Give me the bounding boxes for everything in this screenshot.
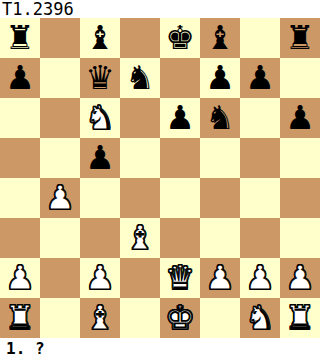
piece-black-pawn: ♟ bbox=[240, 58, 280, 98]
piece-black-pawn: ♟ bbox=[160, 98, 200, 138]
square-b8[interactable] bbox=[40, 18, 80, 58]
square-h8[interactable]: ♜ bbox=[280, 18, 320, 58]
square-g7[interactable]: ♟ bbox=[240, 58, 280, 98]
square-h7[interactable] bbox=[280, 58, 320, 98]
square-h4[interactable] bbox=[280, 178, 320, 218]
square-b4[interactable]: ♟ bbox=[40, 178, 80, 218]
piece-black-knight: ♞ bbox=[120, 58, 160, 98]
piece-white-pawn: ♟ bbox=[40, 178, 80, 218]
square-c3[interactable] bbox=[80, 218, 120, 258]
piece-white-pawn: ♟ bbox=[0, 258, 40, 298]
square-c2[interactable]: ♟ bbox=[80, 258, 120, 298]
square-f5[interactable] bbox=[200, 138, 240, 178]
square-c8[interactable]: ♝ bbox=[80, 18, 120, 58]
square-g8[interactable] bbox=[240, 18, 280, 58]
puzzle-id: T1.2396 bbox=[2, 0, 74, 18]
square-g4[interactable] bbox=[240, 178, 280, 218]
square-c1[interactable]: ♝ bbox=[80, 298, 120, 338]
square-e8[interactable]: ♚ bbox=[160, 18, 200, 58]
piece-white-pawn: ♟ bbox=[200, 258, 240, 298]
square-f6[interactable]: ♞ bbox=[200, 98, 240, 138]
piece-white-bishop: ♝ bbox=[80, 298, 120, 338]
square-a1[interactable]: ♜ bbox=[0, 298, 40, 338]
square-g6[interactable] bbox=[240, 98, 280, 138]
piece-white-rook: ♜ bbox=[280, 298, 320, 338]
square-h3[interactable] bbox=[280, 218, 320, 258]
square-d5[interactable] bbox=[120, 138, 160, 178]
square-d4[interactable] bbox=[120, 178, 160, 218]
square-h5[interactable] bbox=[280, 138, 320, 178]
piece-black-king: ♚ bbox=[160, 18, 200, 58]
piece-black-pawn: ♟ bbox=[80, 138, 120, 178]
square-c6[interactable]: ♞ bbox=[80, 98, 120, 138]
square-f1[interactable] bbox=[200, 298, 240, 338]
square-a4[interactable] bbox=[0, 178, 40, 218]
square-g2[interactable]: ♟ bbox=[240, 258, 280, 298]
piece-black-pawn: ♟ bbox=[200, 58, 240, 98]
square-f7[interactable]: ♟ bbox=[200, 58, 240, 98]
square-e7[interactable] bbox=[160, 58, 200, 98]
square-f2[interactable]: ♟ bbox=[200, 258, 240, 298]
square-e4[interactable] bbox=[160, 178, 200, 218]
square-a6[interactable] bbox=[0, 98, 40, 138]
square-h2[interactable]: ♟ bbox=[280, 258, 320, 298]
piece-black-knight: ♞ bbox=[200, 98, 240, 138]
square-b3[interactable] bbox=[40, 218, 80, 258]
square-g1[interactable]: ♞ bbox=[240, 298, 280, 338]
chess-board: ♜♝♚♝♜♟♛♞♟♟♞♟♞♟♟♟♝♟♟♛♟♟♟♜♝♚♞♜ bbox=[0, 18, 320, 338]
square-b5[interactable] bbox=[40, 138, 80, 178]
piece-black-pawn: ♟ bbox=[0, 58, 40, 98]
chess-app: T1.2396 ♜♝♚♝♜♟♛♞♟♟♞♟♞♟♟♟♝♟♟♛♟♟♟♜♝♚♞♜ 1. … bbox=[0, 0, 320, 360]
square-e6[interactable]: ♟ bbox=[160, 98, 200, 138]
square-e1[interactable]: ♚ bbox=[160, 298, 200, 338]
square-a5[interactable] bbox=[0, 138, 40, 178]
square-f4[interactable] bbox=[200, 178, 240, 218]
square-d6[interactable] bbox=[120, 98, 160, 138]
piece-white-queen: ♛ bbox=[160, 258, 200, 298]
piece-white-pawn: ♟ bbox=[240, 258, 280, 298]
square-c7[interactable]: ♛ bbox=[80, 58, 120, 98]
piece-black-pawn: ♟ bbox=[280, 98, 320, 138]
piece-white-rook: ♜ bbox=[0, 298, 40, 338]
square-b2[interactable] bbox=[40, 258, 80, 298]
piece-black-bishop: ♝ bbox=[80, 18, 120, 58]
square-a2[interactable]: ♟ bbox=[0, 258, 40, 298]
square-f3[interactable] bbox=[200, 218, 240, 258]
piece-black-rook: ♜ bbox=[280, 18, 320, 58]
square-d8[interactable] bbox=[120, 18, 160, 58]
square-e5[interactable] bbox=[160, 138, 200, 178]
square-d2[interactable] bbox=[120, 258, 160, 298]
piece-black-queen: ♛ bbox=[80, 58, 120, 98]
piece-white-knight: ♞ bbox=[240, 298, 280, 338]
square-h1[interactable]: ♜ bbox=[280, 298, 320, 338]
square-e3[interactable] bbox=[160, 218, 200, 258]
square-d7[interactable]: ♞ bbox=[120, 58, 160, 98]
square-d3[interactable]: ♝ bbox=[120, 218, 160, 258]
square-a8[interactable]: ♜ bbox=[0, 18, 40, 58]
square-f8[interactable]: ♝ bbox=[200, 18, 240, 58]
square-d1[interactable] bbox=[120, 298, 160, 338]
square-h6[interactable]: ♟ bbox=[280, 98, 320, 138]
piece-black-bishop: ♝ bbox=[200, 18, 240, 58]
piece-white-bishop: ♝ bbox=[120, 218, 160, 258]
square-a7[interactable]: ♟ bbox=[0, 58, 40, 98]
square-b6[interactable] bbox=[40, 98, 80, 138]
square-e2[interactable]: ♛ bbox=[160, 258, 200, 298]
square-c5[interactable]: ♟ bbox=[80, 138, 120, 178]
piece-black-rook: ♜ bbox=[0, 18, 40, 58]
piece-white-knight: ♞ bbox=[80, 98, 120, 138]
square-g5[interactable] bbox=[240, 138, 280, 178]
square-g3[interactable] bbox=[240, 218, 280, 258]
square-b7[interactable] bbox=[40, 58, 80, 98]
piece-white-pawn: ♟ bbox=[80, 258, 120, 298]
square-c4[interactable] bbox=[80, 178, 120, 218]
square-a3[interactable] bbox=[0, 218, 40, 258]
piece-white-king: ♚ bbox=[160, 298, 200, 338]
move-prompt: 1. ? bbox=[6, 340, 45, 358]
piece-white-pawn: ♟ bbox=[280, 258, 320, 298]
square-b1[interactable] bbox=[40, 298, 80, 338]
